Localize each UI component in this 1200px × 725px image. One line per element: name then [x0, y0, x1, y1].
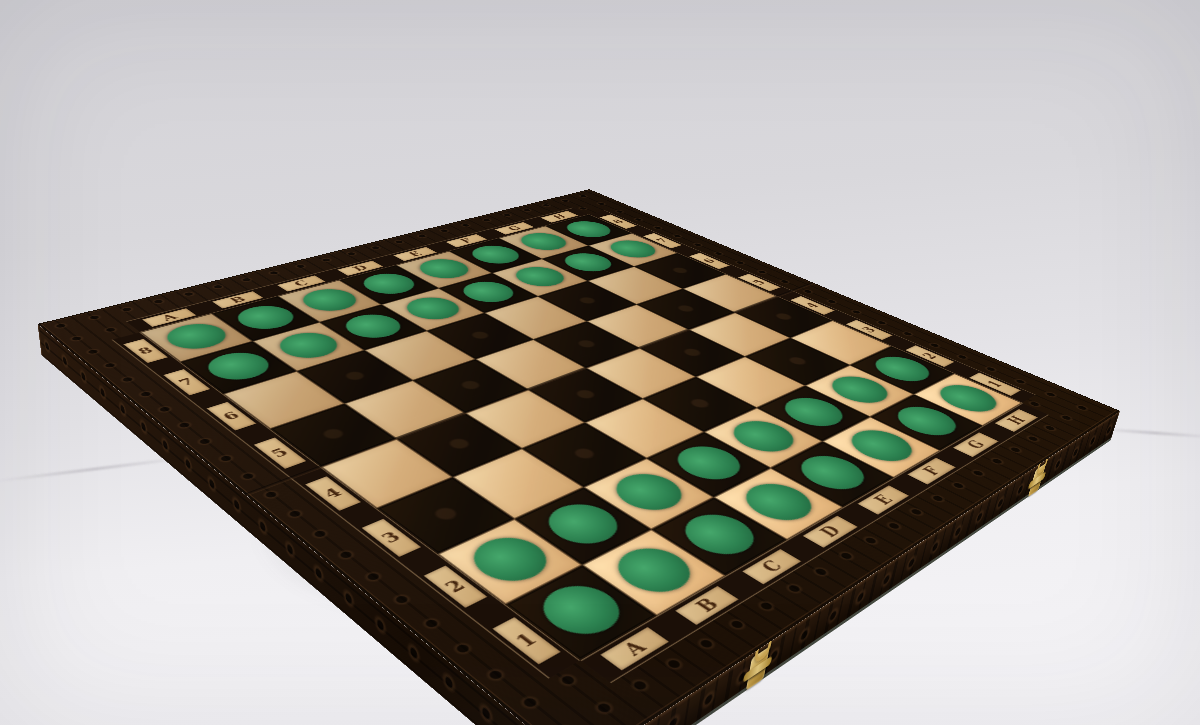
- chess-set-photo: ABCDEFGH ABCDEFGH 87654321 87654321 ♜♞♝♚…: [0, 0, 1200, 725]
- piece-glyph: ♜: [527, 466, 672, 624]
- piece-glyph: ♟: [202, 270, 298, 375]
